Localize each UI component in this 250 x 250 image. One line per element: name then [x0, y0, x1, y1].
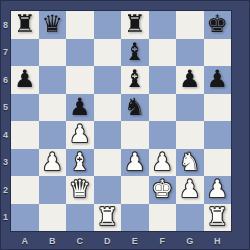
piece-white-pawn[interactable]: ♟	[41, 149, 63, 176]
rank-label-7: 7	[0, 39, 11, 67]
chess-board-frame: 87654321 ♜♛♜♚♝♟♝♟♟♟♞♟♟♝♟♟♞♛♚♟♟♜♜ ABCDEFG…	[0, 0, 250, 250]
square-b8[interactable]: ♛	[39, 11, 67, 39]
rank-label-4: 4	[0, 121, 11, 149]
square-c5[interactable]: ♟	[66, 94, 94, 122]
square-f3[interactable]: ♟	[149, 149, 177, 177]
square-f8[interactable]	[149, 11, 177, 39]
rank-label-6: 6	[0, 66, 11, 94]
square-f6[interactable]	[149, 66, 177, 94]
square-c1[interactable]	[66, 204, 94, 232]
square-e5[interactable]: ♞	[121, 94, 149, 122]
square-b6[interactable]	[39, 66, 67, 94]
square-h6[interactable]: ♟	[204, 66, 232, 94]
square-c4[interactable]: ♟	[66, 121, 94, 149]
rank-label-1: 1	[0, 204, 11, 232]
square-a2[interactable]	[11, 176, 39, 204]
square-g8[interactable]	[176, 11, 204, 39]
square-a3[interactable]	[11, 149, 39, 177]
piece-black-knight[interactable]: ♞	[124, 94, 146, 121]
square-e4[interactable]	[121, 121, 149, 149]
square-a1[interactable]	[11, 204, 39, 232]
square-f2[interactable]: ♚	[149, 176, 177, 204]
square-g1[interactable]	[176, 204, 204, 232]
square-h7[interactable]	[204, 39, 232, 67]
square-c7[interactable]	[66, 39, 94, 67]
rank-labels: 87654321	[0, 11, 11, 231]
square-h3[interactable]	[204, 149, 232, 177]
square-a8[interactable]: ♜	[11, 11, 39, 39]
square-d6[interactable]	[94, 66, 122, 94]
square-f7[interactable]	[149, 39, 177, 67]
piece-black-pawn[interactable]: ♟	[179, 66, 201, 93]
piece-white-pawn[interactable]: ♟	[206, 176, 228, 203]
file-label-b: B	[39, 231, 67, 250]
square-b3[interactable]: ♟	[39, 149, 67, 177]
square-g2[interactable]: ♟	[176, 176, 204, 204]
piece-black-rook[interactable]: ♜	[124, 11, 146, 38]
square-b2[interactable]	[39, 176, 67, 204]
square-h4[interactable]	[204, 121, 232, 149]
square-b7[interactable]	[39, 39, 67, 67]
piece-black-pawn[interactable]: ♟	[69, 94, 91, 121]
square-e6[interactable]: ♝	[121, 66, 149, 94]
square-c8[interactable]	[66, 11, 94, 39]
square-h5[interactable]	[204, 94, 232, 122]
piece-black-king[interactable]: ♚	[206, 11, 228, 38]
square-d4[interactable]	[94, 121, 122, 149]
piece-white-king[interactable]: ♚	[151, 176, 173, 203]
piece-black-pawn[interactable]: ♟	[14, 66, 36, 93]
piece-white-rook[interactable]: ♜	[96, 204, 118, 231]
square-g7[interactable]	[176, 39, 204, 67]
square-f1[interactable]	[149, 204, 177, 232]
square-d5[interactable]	[94, 94, 122, 122]
file-label-c: C	[66, 231, 94, 250]
file-label-f: F	[149, 231, 177, 250]
piece-black-bishop[interactable]: ♝	[124, 66, 146, 93]
piece-white-pawn[interactable]: ♟	[151, 149, 173, 176]
square-b5[interactable]	[39, 94, 67, 122]
file-label-d: D	[94, 231, 122, 250]
square-f4[interactable]	[149, 121, 177, 149]
chess-board: ♜♛♜♚♝♟♝♟♟♟♞♟♟♝♟♟♞♛♚♟♟♜♜	[11, 11, 231, 231]
piece-black-pawn[interactable]: ♟	[206, 66, 228, 93]
square-a5[interactable]	[11, 94, 39, 122]
rank-label-3: 3	[0, 149, 11, 177]
square-b4[interactable]	[39, 121, 67, 149]
square-h8[interactable]: ♚	[204, 11, 232, 39]
square-e3[interactable]: ♟	[121, 149, 149, 177]
piece-black-queen[interactable]: ♛	[41, 11, 63, 38]
square-a4[interactable]	[11, 121, 39, 149]
file-label-a: A	[11, 231, 39, 250]
piece-black-rook[interactable]: ♜	[14, 11, 36, 38]
file-labels: ABCDEFGH	[11, 231, 231, 250]
piece-black-bishop[interactable]: ♝	[124, 39, 146, 66]
square-b1[interactable]	[39, 204, 67, 232]
square-g5[interactable]	[176, 94, 204, 122]
square-c6[interactable]	[66, 66, 94, 94]
file-label-h: H	[204, 231, 232, 250]
piece-white-bishop[interactable]: ♝	[69, 149, 91, 176]
square-h1[interactable]: ♜	[204, 204, 232, 232]
square-e1[interactable]	[121, 204, 149, 232]
square-a7[interactable]	[11, 39, 39, 67]
piece-white-rook[interactable]: ♜	[206, 204, 228, 231]
rank-label-2: 2	[0, 176, 11, 204]
square-e7[interactable]: ♝	[121, 39, 149, 67]
square-f5[interactable]	[149, 94, 177, 122]
square-d2[interactable]	[94, 176, 122, 204]
piece-white-pawn[interactable]: ♟	[69, 121, 91, 148]
square-d8[interactable]	[94, 11, 122, 39]
file-label-g: G	[176, 231, 204, 250]
square-h2[interactable]: ♟	[204, 176, 232, 204]
piece-white-pawn[interactable]: ♟	[124, 149, 146, 176]
piece-white-pawn[interactable]: ♟	[179, 176, 201, 203]
square-d7[interactable]	[94, 39, 122, 67]
square-g3[interactable]: ♞	[176, 149, 204, 177]
piece-white-queen[interactable]: ♛	[69, 176, 91, 203]
rank-label-5: 5	[0, 94, 11, 122]
square-c3[interactable]: ♝	[66, 149, 94, 177]
piece-white-knight[interactable]: ♞	[179, 149, 201, 176]
square-e8[interactable]: ♜	[121, 11, 149, 39]
square-e2[interactable]	[121, 176, 149, 204]
square-a6[interactable]: ♟	[11, 66, 39, 94]
file-label-e: E	[121, 231, 149, 250]
square-g4[interactable]	[176, 121, 204, 149]
square-d3[interactable]	[94, 149, 122, 177]
rank-label-8: 8	[0, 11, 11, 39]
square-d1[interactable]: ♜	[94, 204, 122, 232]
square-c2[interactable]: ♛	[66, 176, 94, 204]
square-g6[interactable]: ♟	[176, 66, 204, 94]
